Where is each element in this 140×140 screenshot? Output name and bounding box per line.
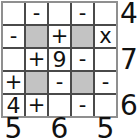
cell-r3c3: 9 xyxy=(49,49,70,70)
cell-r3c1[interactable] xyxy=(3,49,24,70)
given-number: 9 xyxy=(53,49,67,70)
cell-r5c2: + xyxy=(26,95,47,116)
col-target-5: 5 xyxy=(94,117,117,140)
operator-minus-icon: - xyxy=(56,72,64,93)
operator-times-icon: x xyxy=(99,26,111,47)
cell-r2c1: - xyxy=(3,26,24,47)
operator-minus-icon: - xyxy=(79,3,87,24)
puzzle-board: ---+x+9-+--4+- xyxy=(1,1,118,118)
cell-r1c1[interactable] xyxy=(3,3,24,24)
cell-r4c5: - xyxy=(95,72,116,93)
operator-minus-icon: - xyxy=(10,26,18,47)
blocked-cell-r2c2 xyxy=(26,26,47,47)
row-target-3: 7 xyxy=(118,48,140,71)
cell-r2c3: + xyxy=(49,26,70,47)
blocked-cell-r4c2 xyxy=(26,72,47,93)
col-target-3: 6 xyxy=(48,117,71,140)
operator-minus-icon: - xyxy=(79,95,87,116)
operator-plus-icon: + xyxy=(5,72,23,93)
cell-r1c2: - xyxy=(26,3,47,24)
cell-r4c1: + xyxy=(3,72,24,93)
cell-r3c2: + xyxy=(26,49,47,70)
cell-r5c4: - xyxy=(72,95,93,116)
cell-r2c5: x xyxy=(95,26,116,47)
operator-minus-icon: - xyxy=(79,49,87,70)
cell-r3c5[interactable] xyxy=(95,49,116,70)
row-target-5: 6 xyxy=(118,94,140,117)
row-target-1: 4 xyxy=(118,2,140,25)
operator-plus-icon: + xyxy=(51,26,69,47)
operator-plus-icon: + xyxy=(28,95,46,116)
operator-minus-icon: - xyxy=(33,3,41,24)
cell-r1c5[interactable] xyxy=(95,3,116,24)
blocked-cell-r4c4 xyxy=(72,72,93,93)
cell-r1c4: - xyxy=(72,3,93,24)
cell-r3c4: - xyxy=(72,49,93,70)
operator-minus-icon: - xyxy=(102,72,110,93)
operator-plus-icon: + xyxy=(28,49,46,70)
cell-r1c3[interactable] xyxy=(49,3,70,24)
blocked-cell-r2c4 xyxy=(72,26,93,47)
cell-r4c3: - xyxy=(49,72,70,93)
col-target-1: 5 xyxy=(2,117,25,140)
